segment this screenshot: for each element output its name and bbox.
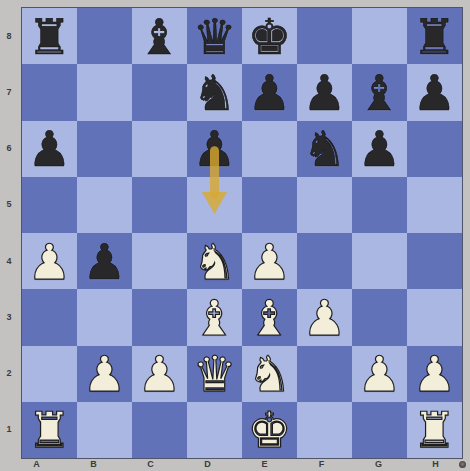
- square-e5[interactable]: [242, 177, 297, 233]
- square-g6[interactable]: ♟: [352, 121, 407, 177]
- square-b2[interactable]: ♟: [77, 346, 132, 402]
- rank-label-1: 1: [0, 423, 18, 436]
- square-g7[interactable]: ♝: [352, 64, 407, 120]
- piece-black-knight[interactable]: ♞: [193, 69, 237, 118]
- square-e6[interactable]: [242, 121, 297, 177]
- square-c4[interactable]: [132, 233, 187, 289]
- rank-label-6: 6: [0, 142, 18, 155]
- square-e7[interactable]: ♟: [242, 64, 297, 120]
- file-label-a: A: [27, 458, 47, 471]
- file-label-h: H: [426, 458, 446, 471]
- file-label-d: D: [198, 458, 218, 471]
- square-h3[interactable]: [407, 289, 462, 345]
- piece-black-bishop[interactable]: ♝: [138, 13, 182, 62]
- square-h6[interactable]: [407, 121, 462, 177]
- square-h2[interactable]: ♟: [407, 346, 462, 402]
- square-a4[interactable]: ♟: [22, 233, 77, 289]
- piece-black-pawn[interactable]: ♟: [248, 69, 292, 118]
- square-g1[interactable]: [352, 402, 407, 458]
- square-g5[interactable]: [352, 177, 407, 233]
- square-d4[interactable]: ♞: [187, 233, 242, 289]
- square-e2[interactable]: ♞: [242, 346, 297, 402]
- piece-black-pawn[interactable]: ♟: [303, 69, 347, 118]
- piece-black-pawn[interactable]: ♟: [193, 125, 237, 174]
- piece-black-king[interactable]: ♚: [248, 13, 292, 62]
- square-d5[interactable]: [187, 177, 242, 233]
- piece-black-queen[interactable]: ♛: [193, 13, 237, 62]
- piece-white-king[interactable]: ♚: [248, 406, 292, 455]
- piece-white-knight[interactable]: ♞: [193, 238, 237, 287]
- file-label-b: B: [84, 458, 104, 471]
- square-h5[interactable]: [407, 177, 462, 233]
- square-f6[interactable]: ♞: [297, 121, 352, 177]
- square-h8[interactable]: ♜: [407, 8, 462, 64]
- piece-white-bishop[interactable]: ♝: [248, 294, 292, 343]
- square-h7[interactable]: ♟: [407, 64, 462, 120]
- square-h4[interactable]: [407, 233, 462, 289]
- piece-white-pawn[interactable]: ♟: [358, 350, 402, 399]
- piece-black-bishop[interactable]: ♝: [358, 69, 402, 118]
- square-a1[interactable]: ♜: [22, 402, 77, 458]
- square-b8[interactable]: [77, 8, 132, 64]
- square-c5[interactable]: [132, 177, 187, 233]
- rank-label-3: 3: [0, 311, 18, 324]
- square-d3[interactable]: ♝: [187, 289, 242, 345]
- square-g3[interactable]: [352, 289, 407, 345]
- file-label-f: F: [312, 458, 332, 471]
- piece-white-rook[interactable]: ♜: [413, 406, 457, 455]
- piece-black-pawn[interactable]: ♟: [28, 125, 72, 174]
- square-c1[interactable]: [132, 402, 187, 458]
- square-b3[interactable]: [77, 289, 132, 345]
- piece-black-pawn[interactable]: ♟: [413, 69, 457, 118]
- rank-label-4: 4: [0, 255, 18, 268]
- square-c3[interactable]: [132, 289, 187, 345]
- square-g8[interactable]: [352, 8, 407, 64]
- piece-white-pawn[interactable]: ♟: [413, 350, 457, 399]
- square-e4[interactable]: ♟: [242, 233, 297, 289]
- file-label-g: G: [369, 458, 389, 471]
- piece-white-pawn[interactable]: ♟: [28, 238, 72, 287]
- rank-label-7: 7: [0, 86, 18, 99]
- square-a2[interactable]: [22, 346, 77, 402]
- square-b4[interactable]: ♟: [77, 233, 132, 289]
- chess-board: ♜♝♛♚♜♞♟♟♝♟♟♟♞♟♟♟♞♟♝♝♟♟♟♛♞♟♟♜♚♜: [22, 8, 462, 458]
- status-dot: [459, 461, 466, 468]
- rank-label-2: 2: [0, 367, 18, 380]
- square-a7[interactable]: [22, 64, 77, 120]
- piece-black-pawn[interactable]: ♟: [83, 238, 127, 287]
- piece-white-bishop[interactable]: ♝: [193, 294, 237, 343]
- square-d1[interactable]: [187, 402, 242, 458]
- file-label-e: E: [255, 458, 275, 471]
- square-c7[interactable]: [132, 64, 187, 120]
- square-b7[interactable]: [77, 64, 132, 120]
- piece-black-rook[interactable]: ♜: [28, 13, 72, 62]
- piece-black-knight[interactable]: ♞: [303, 125, 347, 174]
- square-a3[interactable]: [22, 289, 77, 345]
- board-frame: ♜♝♛♚♜♞♟♟♝♟♟♟♞♟♟♟♞♟♝♝♟♟♟♛♞♟♟♜♚♜ 87654321 …: [0, 0, 470, 471]
- square-d8[interactable]: ♛: [187, 8, 242, 64]
- piece-white-pawn[interactable]: ♟: [83, 350, 127, 399]
- piece-white-rook[interactable]: ♜: [28, 406, 72, 455]
- piece-white-pawn[interactable]: ♟: [248, 238, 292, 287]
- square-e1[interactable]: ♚: [242, 402, 297, 458]
- square-b6[interactable]: [77, 121, 132, 177]
- rank-label-5: 5: [0, 198, 18, 211]
- square-a6[interactable]: ♟: [22, 121, 77, 177]
- square-f4[interactable]: [297, 233, 352, 289]
- square-b5[interactable]: [77, 177, 132, 233]
- piece-black-pawn[interactable]: ♟: [358, 125, 402, 174]
- square-f3[interactable]: ♟: [297, 289, 352, 345]
- file-label-c: C: [141, 458, 161, 471]
- piece-white-pawn[interactable]: ♟: [138, 350, 182, 399]
- piece-white-queen[interactable]: ♛: [193, 350, 237, 399]
- square-f1[interactable]: [297, 402, 352, 458]
- square-g4[interactable]: [352, 233, 407, 289]
- square-g2[interactable]: ♟: [352, 346, 407, 402]
- square-c8[interactable]: ♝: [132, 8, 187, 64]
- piece-white-pawn[interactable]: ♟: [303, 294, 347, 343]
- square-c6[interactable]: [132, 121, 187, 177]
- square-f2[interactable]: [297, 346, 352, 402]
- square-d7[interactable]: ♞: [187, 64, 242, 120]
- piece-white-knight[interactable]: ♞: [248, 350, 292, 399]
- square-a5[interactable]: [22, 177, 77, 233]
- piece-black-rook[interactable]: ♜: [413, 13, 457, 62]
- square-e8[interactable]: ♚: [242, 8, 297, 64]
- square-a8[interactable]: ♜: [22, 8, 77, 64]
- square-e3[interactable]: ♝: [242, 289, 297, 345]
- square-d6[interactable]: ♟: [187, 121, 242, 177]
- square-f8[interactable]: [297, 8, 352, 64]
- square-f7[interactable]: ♟: [297, 64, 352, 120]
- square-h1[interactable]: ♜: [407, 402, 462, 458]
- square-b1[interactable]: [77, 402, 132, 458]
- rank-label-8: 8: [0, 30, 18, 43]
- square-d2[interactable]: ♛: [187, 346, 242, 402]
- square-c2[interactable]: ♟: [132, 346, 187, 402]
- square-f5[interactable]: [297, 177, 352, 233]
